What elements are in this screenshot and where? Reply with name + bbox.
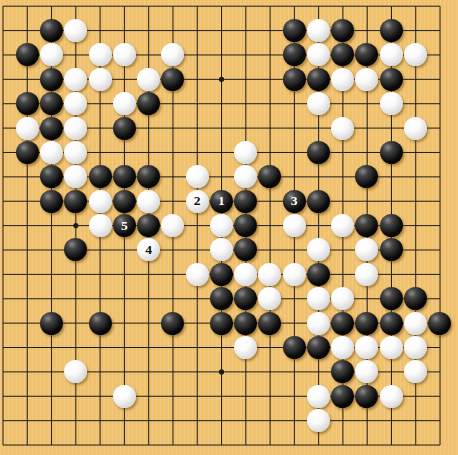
board-point[interactable] [39, 0, 63, 18]
board-point[interactable] [355, 165, 379, 189]
board-point[interactable] [39, 43, 63, 67]
board-point[interactable] [282, 311, 306, 335]
board-point[interactable] [88, 433, 112, 455]
board-point[interactable] [355, 140, 379, 164]
board-point[interactable] [161, 335, 185, 359]
board-point[interactable] [234, 18, 258, 42]
board-point[interactable] [209, 140, 233, 164]
board-point[interactable] [161, 433, 185, 455]
board-point[interactable] [39, 360, 63, 384]
board-point[interactable] [403, 165, 427, 189]
board-point[interactable] [209, 67, 233, 91]
board-point[interactable] [0, 0, 15, 18]
board-point[interactable] [15, 311, 39, 335]
board-point[interactable] [209, 213, 233, 237]
board-point[interactable] [112, 116, 136, 140]
board-point[interactable] [64, 67, 88, 91]
board-point[interactable] [39, 433, 63, 455]
board-point[interactable] [112, 238, 136, 262]
board-point[interactable] [282, 384, 306, 408]
board-point[interactable] [64, 189, 88, 213]
board-point[interactable] [258, 43, 282, 67]
board-point[interactable] [0, 18, 15, 42]
board-point[interactable] [258, 189, 282, 213]
board-point[interactable] [88, 360, 112, 384]
board-point[interactable] [282, 213, 306, 237]
board-point[interactable] [64, 360, 88, 384]
board-point[interactable] [355, 384, 379, 408]
board-point[interactable] [379, 262, 403, 286]
board-point[interactable] [331, 335, 355, 359]
board-point[interactable] [306, 0, 330, 18]
board-point[interactable] [136, 262, 160, 286]
board-point[interactable] [331, 287, 355, 311]
board-point[interactable] [136, 433, 160, 455]
board-point[interactable] [209, 0, 233, 18]
board-point[interactable] [306, 408, 330, 432]
board-point[interactable] [234, 92, 258, 116]
board-point[interactable] [209, 311, 233, 335]
board-point[interactable] [209, 287, 233, 311]
board-point[interactable] [39, 335, 63, 359]
board-point[interactable] [185, 116, 209, 140]
board-point[interactable] [258, 433, 282, 455]
board-point[interactable] [39, 384, 63, 408]
board-point[interactable] [39, 18, 63, 42]
board-point[interactable] [355, 433, 379, 455]
board-point[interactable] [306, 116, 330, 140]
board-point[interactable] [185, 360, 209, 384]
board-point[interactable]: 4 [136, 238, 160, 262]
board-point[interactable] [185, 408, 209, 432]
board-point[interactable] [15, 408, 39, 432]
board-point[interactable] [403, 433, 427, 455]
board-point[interactable] [112, 189, 136, 213]
board-point[interactable] [185, 262, 209, 286]
board-point[interactable]: 2 [185, 189, 209, 213]
board-point[interactable] [64, 433, 88, 455]
board-point[interactable] [39, 408, 63, 432]
board-point[interactable] [403, 311, 427, 335]
board-point[interactable] [64, 18, 88, 42]
board-point[interactable] [209, 335, 233, 359]
board-point[interactable] [403, 335, 427, 359]
board-point[interactable] [15, 43, 39, 67]
board-point[interactable] [112, 92, 136, 116]
board-point[interactable] [234, 43, 258, 67]
board-point[interactable] [428, 116, 452, 140]
board-point[interactable] [428, 43, 452, 67]
board-point[interactable] [112, 0, 136, 18]
board-point[interactable] [39, 262, 63, 286]
board-point[interactable] [331, 433, 355, 455]
board-point[interactable] [88, 92, 112, 116]
board-point[interactable] [306, 262, 330, 286]
board-point[interactable] [306, 311, 330, 335]
board-point[interactable] [15, 18, 39, 42]
board-point[interactable] [306, 165, 330, 189]
board-point[interactable] [185, 287, 209, 311]
board-point[interactable] [88, 311, 112, 335]
board-point[interactable] [209, 360, 233, 384]
board-point[interactable] [88, 238, 112, 262]
board-point[interactable] [234, 287, 258, 311]
board-point[interactable] [428, 311, 452, 335]
board-point[interactable] [331, 116, 355, 140]
board-point[interactable] [64, 43, 88, 67]
board-point[interactable] [379, 311, 403, 335]
board-point[interactable] [282, 92, 306, 116]
board-point[interactable] [64, 262, 88, 286]
board-point[interactable] [39, 238, 63, 262]
board-point[interactable] [185, 67, 209, 91]
board-point[interactable] [428, 408, 452, 432]
board-point[interactable] [428, 238, 452, 262]
board-point[interactable] [306, 238, 330, 262]
board-point[interactable] [234, 213, 258, 237]
board-point[interactable] [0, 408, 15, 432]
board-point[interactable] [185, 433, 209, 455]
board-point[interactable] [112, 43, 136, 67]
board-point[interactable] [136, 311, 160, 335]
board-point[interactable] [0, 360, 15, 384]
board-point[interactable] [379, 43, 403, 67]
board-point[interactable] [331, 92, 355, 116]
board-point[interactable] [403, 116, 427, 140]
board-point[interactable] [379, 335, 403, 359]
board-point[interactable] [209, 165, 233, 189]
board-point[interactable] [331, 189, 355, 213]
board-point[interactable] [0, 238, 15, 262]
board-point[interactable] [161, 189, 185, 213]
board-point[interactable] [331, 165, 355, 189]
board-point[interactable] [258, 140, 282, 164]
board-point[interactable] [209, 238, 233, 262]
board-point[interactable] [0, 287, 15, 311]
board-point[interactable] [234, 335, 258, 359]
board-point[interactable] [15, 92, 39, 116]
board-point[interactable] [112, 408, 136, 432]
board-point[interactable] [64, 384, 88, 408]
board-point[interactable] [403, 408, 427, 432]
board-point[interactable] [64, 0, 88, 18]
board-point[interactable] [379, 360, 403, 384]
board-point[interactable] [88, 262, 112, 286]
board-point[interactable] [209, 18, 233, 42]
board-point[interactable] [112, 433, 136, 455]
board-point[interactable] [234, 116, 258, 140]
board-point[interactable] [185, 43, 209, 67]
board-point[interactable] [428, 262, 452, 286]
board-point[interactable] [282, 18, 306, 42]
board-point[interactable] [88, 43, 112, 67]
board-point[interactable] [306, 384, 330, 408]
board-point[interactable] [112, 140, 136, 164]
board-point[interactable] [331, 384, 355, 408]
board-point[interactable] [161, 262, 185, 286]
board-point[interactable] [355, 67, 379, 91]
board-point[interactable] [234, 384, 258, 408]
board-point[interactable] [88, 384, 112, 408]
board-point[interactable] [355, 92, 379, 116]
board-point[interactable] [258, 384, 282, 408]
board-point[interactable] [161, 18, 185, 42]
board-point[interactable] [185, 18, 209, 42]
board-point[interactable] [88, 213, 112, 237]
board-point[interactable] [379, 116, 403, 140]
board-point[interactable] [185, 213, 209, 237]
board-point[interactable] [64, 335, 88, 359]
board-point[interactable] [379, 0, 403, 18]
board-point[interactable] [282, 43, 306, 67]
board-point[interactable] [331, 311, 355, 335]
board-point[interactable] [282, 0, 306, 18]
board-point[interactable] [379, 287, 403, 311]
board-point[interactable] [161, 287, 185, 311]
board-point[interactable] [282, 408, 306, 432]
board-point[interactable]: 5 [112, 213, 136, 237]
board-point[interactable] [0, 140, 15, 164]
board-point[interactable] [112, 384, 136, 408]
board-point[interactable] [258, 360, 282, 384]
board-point[interactable] [64, 311, 88, 335]
board-point[interactable] [306, 92, 330, 116]
board-point[interactable] [428, 433, 452, 455]
board-point[interactable] [136, 213, 160, 237]
board-point[interactable] [136, 92, 160, 116]
board-point[interactable] [39, 140, 63, 164]
board-point[interactable] [282, 262, 306, 286]
board-point[interactable] [258, 165, 282, 189]
board-point[interactable] [209, 408, 233, 432]
board-point[interactable] [0, 311, 15, 335]
board-point[interactable] [282, 335, 306, 359]
board-point[interactable] [428, 67, 452, 91]
board-point[interactable] [403, 189, 427, 213]
board-point[interactable] [234, 0, 258, 18]
board-point[interactable] [209, 43, 233, 67]
board-point[interactable] [331, 408, 355, 432]
board-point[interactable] [136, 287, 160, 311]
board-point[interactable] [331, 213, 355, 237]
board-point[interactable] [355, 311, 379, 335]
board-point[interactable] [306, 18, 330, 42]
board-point[interactable] [258, 238, 282, 262]
board-point[interactable] [428, 384, 452, 408]
board-point[interactable] [209, 384, 233, 408]
board-point[interactable] [136, 18, 160, 42]
board-point[interactable] [0, 92, 15, 116]
board-point[interactable] [331, 43, 355, 67]
board-point[interactable] [234, 189, 258, 213]
board-point[interactable] [379, 165, 403, 189]
board-point[interactable] [39, 287, 63, 311]
board-point[interactable] [64, 238, 88, 262]
board-point[interactable] [185, 384, 209, 408]
board-point[interactable] [161, 311, 185, 335]
board-point[interactable] [112, 335, 136, 359]
board-point[interactable] [0, 189, 15, 213]
board-point[interactable] [282, 360, 306, 384]
board-point[interactable] [355, 335, 379, 359]
board-point[interactable] [234, 238, 258, 262]
board-point[interactable] [428, 287, 452, 311]
board-point[interactable] [331, 360, 355, 384]
board-point[interactable] [136, 43, 160, 67]
board-point[interactable] [112, 360, 136, 384]
board-point[interactable] [161, 360, 185, 384]
board-point[interactable] [0, 213, 15, 237]
board-point[interactable] [355, 262, 379, 286]
board-point[interactable] [15, 262, 39, 286]
board-point[interactable] [258, 92, 282, 116]
board-point[interactable] [282, 140, 306, 164]
board-point[interactable] [331, 67, 355, 91]
board-point[interactable] [306, 140, 330, 164]
board-point[interactable] [15, 213, 39, 237]
board-point[interactable] [403, 213, 427, 237]
board-point[interactable] [428, 189, 452, 213]
board-point[interactable] [355, 0, 379, 18]
board-point[interactable] [136, 140, 160, 164]
board-point[interactable] [234, 311, 258, 335]
board-point[interactable] [331, 0, 355, 18]
board-point[interactable] [39, 67, 63, 91]
board-point[interactable] [185, 165, 209, 189]
board-point[interactable] [161, 43, 185, 67]
board-point[interactable] [0, 43, 15, 67]
board-point[interactable]: 3 [282, 189, 306, 213]
board-point[interactable] [15, 140, 39, 164]
board-point[interactable] [15, 165, 39, 189]
board-point[interactable] [282, 116, 306, 140]
board-point[interactable] [161, 384, 185, 408]
board-point[interactable] [15, 384, 39, 408]
board-point[interactable] [88, 140, 112, 164]
board-point[interactable] [0, 384, 15, 408]
board-point[interactable] [161, 140, 185, 164]
board-point[interactable] [379, 433, 403, 455]
board-point[interactable] [15, 189, 39, 213]
board-point[interactable] [306, 43, 330, 67]
board-point[interactable] [379, 384, 403, 408]
board-point[interactable] [428, 18, 452, 42]
board-point[interactable] [136, 384, 160, 408]
board-point[interactable] [331, 262, 355, 286]
board-point[interactable] [136, 360, 160, 384]
board-point[interactable] [64, 165, 88, 189]
board-point[interactable] [403, 287, 427, 311]
board-point[interactable] [379, 18, 403, 42]
board-point[interactable] [64, 408, 88, 432]
board-point[interactable] [282, 67, 306, 91]
board-point[interactable] [403, 92, 427, 116]
board-point[interactable] [331, 238, 355, 262]
board-point[interactable] [88, 165, 112, 189]
board-point[interactable] [39, 165, 63, 189]
board-point[interactable] [282, 165, 306, 189]
board-point[interactable] [258, 67, 282, 91]
board-point[interactable] [355, 18, 379, 42]
board-point[interactable] [331, 18, 355, 42]
board-point[interactable] [185, 92, 209, 116]
board-point[interactable] [15, 287, 39, 311]
board-point[interactable] [161, 165, 185, 189]
board-point[interactable] [0, 433, 15, 455]
board-point[interactable] [403, 238, 427, 262]
board-point[interactable] [355, 238, 379, 262]
board-point[interactable] [0, 262, 15, 286]
board-point[interactable] [355, 116, 379, 140]
board-point[interactable] [185, 238, 209, 262]
board-point[interactable] [15, 433, 39, 455]
board-point[interactable] [15, 67, 39, 91]
board-point[interactable] [234, 433, 258, 455]
board-point[interactable] [88, 335, 112, 359]
board-point[interactable] [306, 335, 330, 359]
board-point[interactable] [306, 213, 330, 237]
board-point[interactable] [88, 189, 112, 213]
board-point[interactable] [403, 360, 427, 384]
board-point[interactable] [403, 18, 427, 42]
board-point[interactable] [88, 67, 112, 91]
board-point[interactable] [258, 335, 282, 359]
board-point[interactable] [379, 67, 403, 91]
board-point[interactable] [0, 116, 15, 140]
board-point[interactable] [355, 408, 379, 432]
board-point[interactable] [258, 408, 282, 432]
board-point[interactable] [88, 287, 112, 311]
board-point[interactable] [209, 116, 233, 140]
board-point[interactable] [403, 140, 427, 164]
board-point[interactable] [112, 165, 136, 189]
board-point[interactable] [39, 189, 63, 213]
board-point[interactable] [282, 238, 306, 262]
board-point[interactable] [355, 213, 379, 237]
board-point[interactable] [88, 408, 112, 432]
board-point[interactable] [209, 262, 233, 286]
board-point[interactable] [161, 213, 185, 237]
board-point[interactable] [64, 140, 88, 164]
board-point[interactable] [428, 335, 452, 359]
board-point[interactable] [258, 213, 282, 237]
board-point[interactable] [355, 287, 379, 311]
board-point[interactable] [136, 408, 160, 432]
board-point[interactable] [355, 43, 379, 67]
board-point[interactable] [136, 0, 160, 18]
board-point[interactable] [234, 262, 258, 286]
board-point[interactable] [161, 92, 185, 116]
board-point[interactable] [234, 360, 258, 384]
board-point[interactable] [136, 165, 160, 189]
board-point[interactable] [185, 335, 209, 359]
board-point[interactable] [306, 189, 330, 213]
board-point[interactable] [39, 116, 63, 140]
board-point[interactable] [428, 165, 452, 189]
board-point[interactable] [136, 116, 160, 140]
board-point[interactable]: 1 [209, 189, 233, 213]
board-point[interactable] [112, 18, 136, 42]
board-point[interactable] [428, 92, 452, 116]
board-point[interactable] [0, 67, 15, 91]
board-point[interactable] [185, 140, 209, 164]
board-point[interactable] [185, 311, 209, 335]
board-point[interactable] [306, 67, 330, 91]
board-point[interactable] [379, 189, 403, 213]
board-point[interactable] [379, 238, 403, 262]
board-point[interactable] [403, 0, 427, 18]
board-point[interactable] [258, 18, 282, 42]
